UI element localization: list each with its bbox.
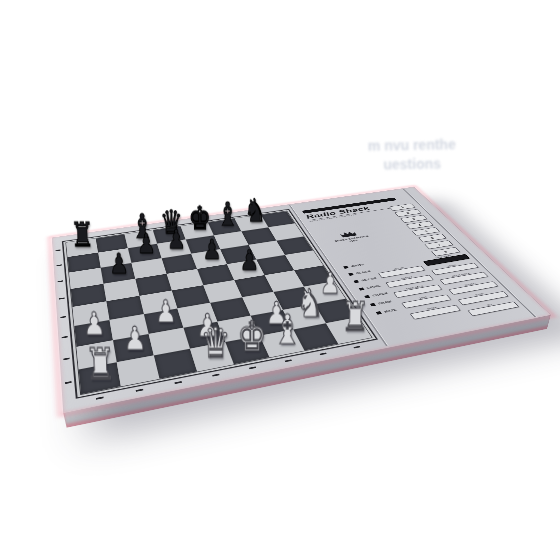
led-row: SET UP [351,274,379,285]
rank-tick [59,297,65,299]
function-key-take-back[interactable] [393,284,442,297]
black-pawn-d7[interactable]: ♟ [160,224,191,256]
function-key-multi-move[interactable] [440,272,489,285]
black-pawn-e6[interactable]: ♟ [196,233,228,266]
led-label: LEVEL [366,284,381,289]
square-d7[interactable]: ♟ [157,240,191,259]
led-row: MATE [374,305,404,318]
function-key-row: TAKE BACK [392,283,443,298]
function-key-move[interactable] [410,305,461,320]
white-bishop-f1[interactable]: ♝ [268,306,306,353]
function-key-go[interactable] [467,301,519,316]
file-tick [96,397,104,400]
file-tick [174,381,181,384]
black-knight-g8[interactable]: ♞ [240,192,269,229]
file-tick [319,353,326,356]
white-king-e1[interactable]: ♚ [232,312,270,360]
function-key-row: VERIFY [384,273,434,288]
rank-tick [57,264,62,266]
led-light [353,280,359,283]
function-key-label: GO [465,299,513,310]
square-a1[interactable]: ♜ [79,362,121,394]
function-key-label: MOVE [408,303,456,314]
square-b6[interactable]: ♟ [101,263,136,284]
rank-tick [56,249,61,251]
file-tick [249,366,256,369]
function-key-row: HINT [400,292,452,308]
black-pawn-b6[interactable]: ♟ [102,247,135,281]
function-key-label: VERIFY [384,273,429,283]
function-key-label: STOP [456,289,503,300]
square-a8[interactable]: ♜ [66,238,98,257]
led-label: CHECK [372,292,389,297]
function-key-verify[interactable] [385,275,433,288]
file-tick [212,374,219,377]
file-tick [353,346,360,348]
function-key-stop[interactable] [458,291,509,305]
led-light [348,273,354,276]
crown-logo: CHESS CHAMPION 2150 [325,228,377,245]
led-label: WHITE [350,263,365,267]
function-key-hint[interactable] [401,294,451,308]
led-label: BLACK [355,270,371,275]
rank-tick [63,358,69,360]
white-pawn-a3[interactable]: ♟ [75,305,113,343]
led-light [376,311,382,314]
panel-groove [403,189,536,317]
rank-tick [62,336,68,338]
function-keys-right: NEW GAMELEVELMULTI MOVESOUNDSTOPGO [421,252,522,319]
photo-canvas: m nvu renthe uestions ♜♝♛♚♝♞♟♟♟♟♟♟♟♟♟♟♟♞… [0,0,560,560]
file-tick [285,359,292,362]
led-row: LEVEL [357,281,385,293]
led-label: MATE [383,308,397,313]
square-b1[interactable] [117,355,160,386]
square-b5[interactable] [103,279,139,301]
function-key-label: SOUND [447,279,494,289]
chess-computer: ♜♝♛♚♝♞♟♟♟♟♟♟♟♟♟♟♟♞♜♛♚♝♜ Radio Shack SENS… [52,187,551,413]
file-tick [136,389,144,392]
rank-tick [58,280,63,282]
black-bishop-f8[interactable]: ♝ [213,196,242,233]
function-key-label: TAKE BACK [392,283,438,293]
led-label: DRAW [377,300,392,305]
function-key-label: HINT [400,292,447,302]
led-light [358,287,364,290]
led-label: SET UP [361,277,378,282]
scene: ♜♝♛♚♝♞♟♟♟♟♟♟♟♟♟♟♟♞♜♛♚♝♜ Radio Shack SENS… [0,0,560,560]
white-rook-a1[interactable]: ♜ [79,339,121,389]
black-pawn-f5[interactable]: ♟ [233,244,265,278]
rank-tick [65,381,72,384]
black-rook-a8[interactable]: ♜ [66,215,98,254]
square-e6[interactable]: ♟ [191,249,227,269]
function-key-row: MOVE [408,303,461,320]
function-key-row: GO [465,299,519,316]
function-key-row: STOP [456,289,509,305]
white-queen-d1[interactable]: ♛ [195,319,234,367]
function-key-row: SET UP [377,264,426,278]
white-pawn-b2[interactable]: ♟ [115,319,154,358]
white-rook-h1[interactable]: ♜ [337,294,374,340]
function-key-row: SOUND [447,279,499,294]
square-d1[interactable]: ♛ [190,342,234,371]
square-f5[interactable]: ♟ [227,260,265,281]
rank-tick [60,316,66,318]
function-key-sound[interactable] [448,281,498,294]
